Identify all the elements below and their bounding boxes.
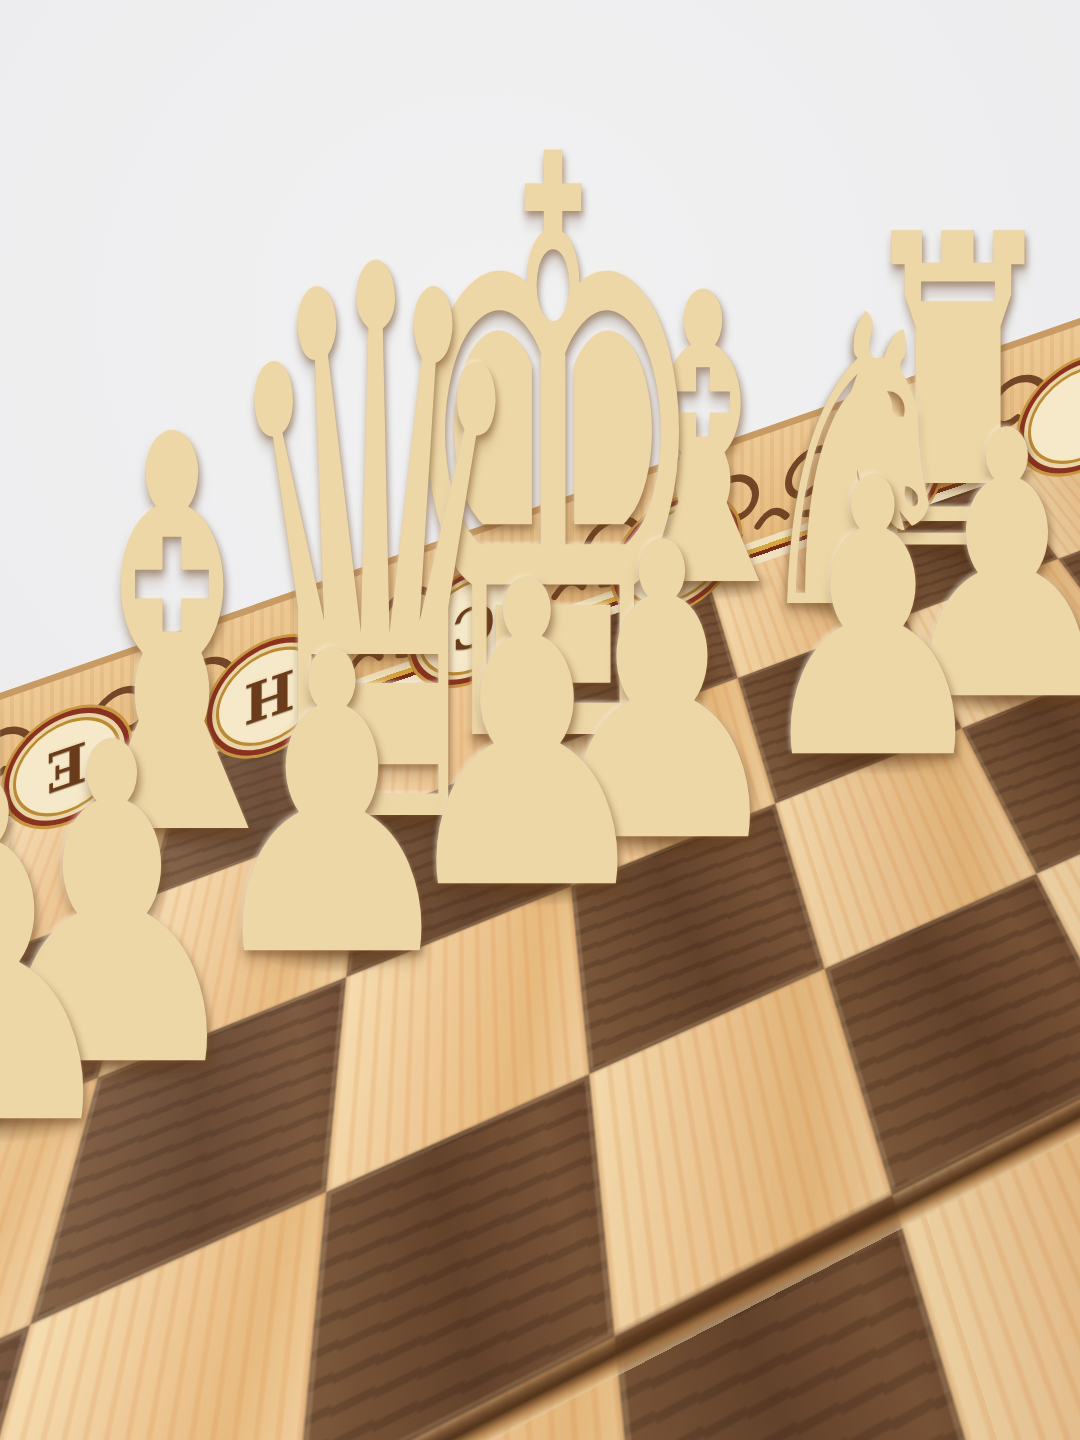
- piece-white-pawn-b2: ♟: [0, 721, 134, 1191]
- photo-stage: EHC ♞♝♛♚♝♞♜♟♟♟♟♟♟♟: [0, 0, 1080, 1440]
